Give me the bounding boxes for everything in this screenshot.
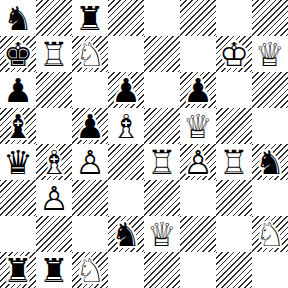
square-b3[interactable]: ♟♙ (36, 180, 72, 216)
piece-halo: ♜ (36, 252, 72, 288)
piece-halo: ♚ (216, 36, 252, 72)
square-a5[interactable]: ♝♝ (0, 108, 36, 144)
square-f6[interactable]: ♟♟ (180, 72, 216, 108)
square-g6[interactable] (216, 72, 252, 108)
square-d1[interactable] (108, 252, 144, 288)
square-g1[interactable] (216, 252, 252, 288)
square-f1[interactable] (180, 252, 216, 288)
square-e2[interactable]: ♛♕ (144, 216, 180, 252)
square-d2[interactable]: ♞♞ (108, 216, 144, 252)
white-queen: ♕ (180, 108, 216, 144)
piece-halo: ♛ (0, 144, 36, 180)
black-bishop: ♝ (0, 108, 36, 144)
piece-halo: ♛ (144, 216, 180, 252)
square-b8[interactable] (36, 0, 72, 36)
piece-halo: ♞ (252, 144, 288, 180)
square-e1[interactable] (144, 252, 180, 288)
square-b4[interactable]: ♝♗ (36, 144, 72, 180)
square-g4[interactable]: ♜♖ (216, 144, 252, 180)
square-b5[interactable] (36, 108, 72, 144)
piece-halo: ♝ (0, 108, 36, 144)
black-knight: ♞ (108, 216, 144, 252)
square-a2[interactable] (0, 216, 36, 252)
square-f3[interactable] (180, 180, 216, 216)
square-g7[interactable]: ♚♔ (216, 36, 252, 72)
white-bishop: ♗ (108, 108, 144, 144)
piece-halo: ♚ (0, 36, 36, 72)
piece-halo: ♞ (72, 252, 108, 288)
square-f8[interactable] (180, 0, 216, 36)
square-d8[interactable] (108, 0, 144, 36)
square-e8[interactable] (144, 0, 180, 36)
piece-halo: ♟ (180, 144, 216, 180)
white-queen: ♕ (144, 216, 180, 252)
black-knight: ♞ (252, 144, 288, 180)
square-d7[interactable] (108, 36, 144, 72)
square-h6[interactable] (252, 72, 288, 108)
square-c4[interactable]: ♟♙ (72, 144, 108, 180)
piece-halo: ♜ (72, 0, 108, 36)
square-c2[interactable] (72, 216, 108, 252)
square-b6[interactable] (36, 72, 72, 108)
black-rook: ♜ (72, 0, 108, 36)
white-rook: ♖ (36, 36, 72, 72)
piece-halo: ♜ (216, 144, 252, 180)
white-rook: ♖ (144, 144, 180, 180)
square-g2[interactable] (216, 216, 252, 252)
square-c7[interactable]: ♞♘ (72, 36, 108, 72)
square-g5[interactable] (216, 108, 252, 144)
square-f5[interactable]: ♛♕ (180, 108, 216, 144)
square-d4[interactable] (108, 144, 144, 180)
square-b1[interactable]: ♜♜ (36, 252, 72, 288)
square-d3[interactable] (108, 180, 144, 216)
square-c3[interactable] (72, 180, 108, 216)
square-h4[interactable]: ♞♞ (252, 144, 288, 180)
piece-halo: ♟ (108, 72, 144, 108)
black-pawn: ♟ (72, 108, 108, 144)
square-c1[interactable]: ♞♘ (72, 252, 108, 288)
piece-halo: ♝ (36, 144, 72, 180)
black-rook: ♜ (0, 252, 36, 288)
square-e4[interactable]: ♜♖ (144, 144, 180, 180)
black-king: ♚ (0, 36, 36, 72)
piece-halo: ♟ (72, 108, 108, 144)
white-rook: ♖ (216, 144, 252, 180)
square-b2[interactable] (36, 216, 72, 252)
square-h3[interactable] (252, 180, 288, 216)
square-h1[interactable] (252, 252, 288, 288)
square-a8[interactable]: ♞♞ (0, 0, 36, 36)
piece-halo: ♜ (144, 144, 180, 180)
white-knight: ♘ (72, 252, 108, 288)
piece-halo: ♜ (0, 252, 36, 288)
piece-halo: ♟ (72, 144, 108, 180)
piece-halo: ♞ (108, 216, 144, 252)
square-c5[interactable]: ♟♟ (72, 108, 108, 144)
square-h5[interactable] (252, 108, 288, 144)
piece-halo: ♛ (180, 108, 216, 144)
piece-halo: ♜ (36, 36, 72, 72)
square-d5[interactable]: ♝♗ (108, 108, 144, 144)
black-pawn: ♟ (0, 72, 36, 108)
piece-halo: ♟ (0, 72, 36, 108)
white-knight: ♘ (72, 36, 108, 72)
black-knight: ♞ (0, 0, 36, 36)
chess-board: ♞♞♜♜♚♚♜♖♞♘♚♔♛♕♟♟♟♟♟♟♝♝♟♟♝♗♛♕♛♛♝♗♟♙♜♖♟♙♜♖… (0, 0, 288, 288)
white-bishop: ♗ (36, 144, 72, 180)
white-pawn: ♙ (36, 180, 72, 216)
black-rook: ♜ (36, 252, 72, 288)
square-a6[interactable]: ♟♟ (0, 72, 36, 108)
square-d6[interactable]: ♟♟ (108, 72, 144, 108)
piece-halo: ♟ (36, 180, 72, 216)
square-a4[interactable]: ♛♛ (0, 144, 36, 180)
square-a7[interactable]: ♚♚ (0, 36, 36, 72)
square-g8[interactable] (216, 0, 252, 36)
square-g3[interactable] (216, 180, 252, 216)
piece-halo: ♞ (72, 36, 108, 72)
square-c8[interactable]: ♜♜ (72, 0, 108, 36)
square-f4[interactable]: ♟♙ (180, 144, 216, 180)
piece-halo: ♝ (108, 108, 144, 144)
piece-halo: ♟ (180, 72, 216, 108)
square-h8[interactable] (252, 0, 288, 36)
black-pawn: ♟ (108, 72, 144, 108)
white-pawn: ♙ (180, 144, 216, 180)
square-e7[interactable] (144, 36, 180, 72)
square-c6[interactable] (72, 72, 108, 108)
piece-halo: ♞ (252, 216, 288, 252)
square-b7[interactable]: ♜♖ (36, 36, 72, 72)
square-f7[interactable] (180, 36, 216, 72)
square-e3[interactable] (144, 180, 180, 216)
white-knight: ♘ (252, 216, 288, 252)
white-king: ♔ (216, 36, 252, 72)
white-pawn: ♙ (72, 144, 108, 180)
square-e5[interactable] (144, 108, 180, 144)
black-queen: ♛ (0, 144, 36, 180)
square-h2[interactable]: ♞♘ (252, 216, 288, 252)
square-e6[interactable] (144, 72, 180, 108)
white-queen: ♕ (252, 36, 288, 72)
square-a1[interactable]: ♜♜ (0, 252, 36, 288)
piece-halo: ♞ (0, 0, 36, 36)
piece-halo: ♛ (252, 36, 288, 72)
square-a3[interactable] (0, 180, 36, 216)
black-pawn: ♟ (180, 72, 216, 108)
square-f2[interactable] (180, 216, 216, 252)
square-h7[interactable]: ♛♕ (252, 36, 288, 72)
